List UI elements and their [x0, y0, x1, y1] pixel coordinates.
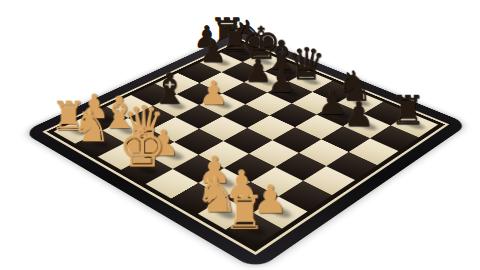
piece-black-rook: ♜ — [390, 90, 424, 130]
piece-black-pawn: ♟ — [198, 36, 229, 67]
product-photo-background: ♜♚♝♛♞♜♟♟♟♟♟♟♝♟♝♛♟♟♟♟♜♞♚♞♜ ♟♜♞ — [0, 0, 480, 270]
piece-black-pawn: ♟ — [342, 97, 376, 131]
chessboard-scene: ♜♚♝♛♞♜♟♟♟♟♟♟♝♟♝♛♟♟♟♟♜♞♚♞♜ — [89, 0, 405, 270]
piece-white-rook: ♜ — [223, 189, 263, 236]
square-e1: ♚ — [121, 156, 173, 184]
piece-white-pawn: ♟ — [197, 76, 230, 109]
chessboard-frame: ♜♚♝♛♞♜♟♟♟♟♟♟♝♟♝♛♟♟♟♟♜♞♚♞♜ — [22, 31, 469, 270]
piece-white-king: ♚ — [118, 121, 155, 175]
chessboard-inner-border: ♜♚♝♛♞♜♟♟♟♟♟♟♝♟♝♛♟♟♟♟♜♞♚♞♜ — [42, 39, 449, 255]
piece-white-knight: ♞ — [72, 105, 107, 148]
chessboard: ♜♚♝♛♞♜♟♟♟♟♟♟♝♟♝♛♟♟♟♟♜♞♚♞♜ — [54, 43, 438, 247]
square-a8: ♜ — [391, 113, 439, 138]
piece-black-pawn: ♟ — [266, 64, 298, 96]
